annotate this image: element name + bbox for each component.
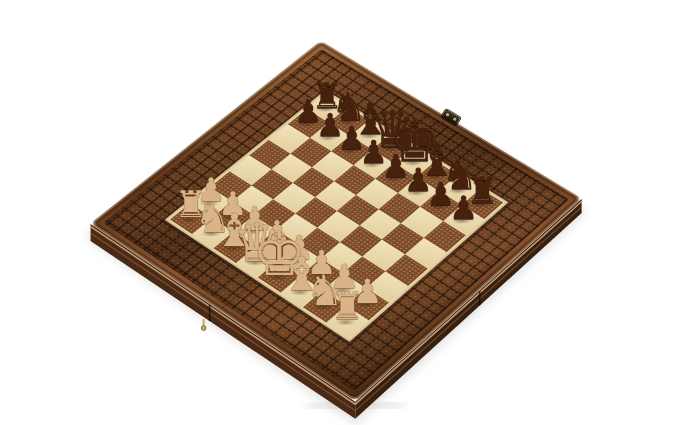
product-photo-stage: ♜♞♟♝♟♛♟♚♟♝♟♞♟♟♜♟♟♜♟♟♞♟♝♟♛♟♚♟♝♟♞♜: [0, 0, 680, 425]
playing-area: [164, 90, 508, 342]
